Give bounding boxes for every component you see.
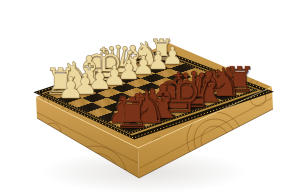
chess-set-photo: ♜♟♞♟♝♟♛♟♚♟♝♟♟♞♜♟♟♜♞♟♟♝♟♛♟♚♟♝♟♞♟♜ <box>0 0 290 194</box>
piece-black-rook-h8[interactable]: ♜ <box>111 92 154 135</box>
piece-white-pawn-h2[interactable]: ♟ <box>56 74 86 104</box>
